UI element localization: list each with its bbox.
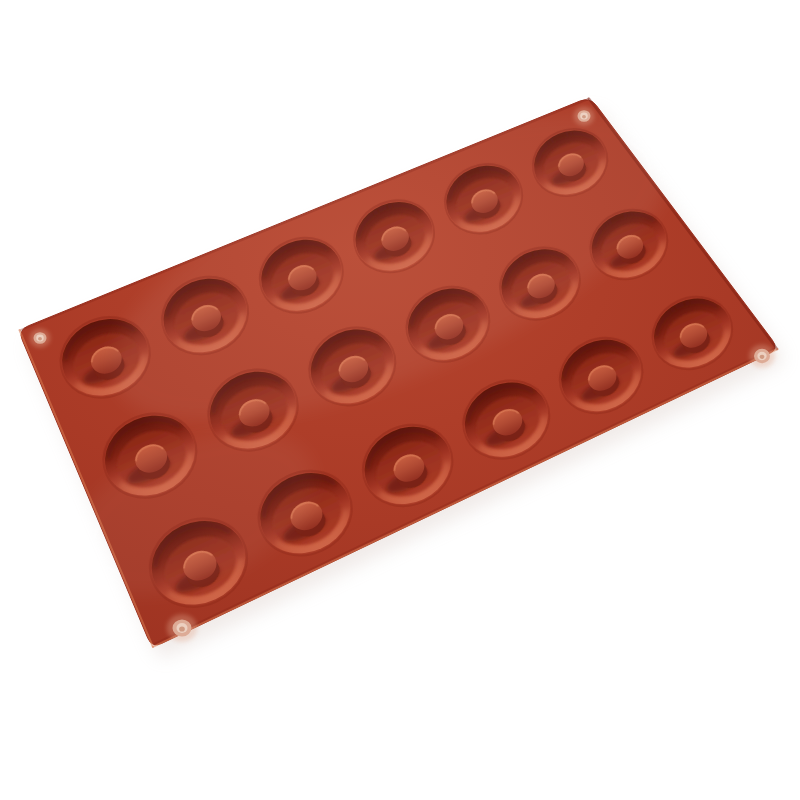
corner-hole-3 bbox=[749, 344, 775, 367]
product-photo-svg bbox=[0, 0, 800, 800]
corner-hole-1 bbox=[30, 329, 51, 348]
corner-hole-4 bbox=[167, 614, 197, 642]
photo-stage bbox=[0, 0, 800, 800]
